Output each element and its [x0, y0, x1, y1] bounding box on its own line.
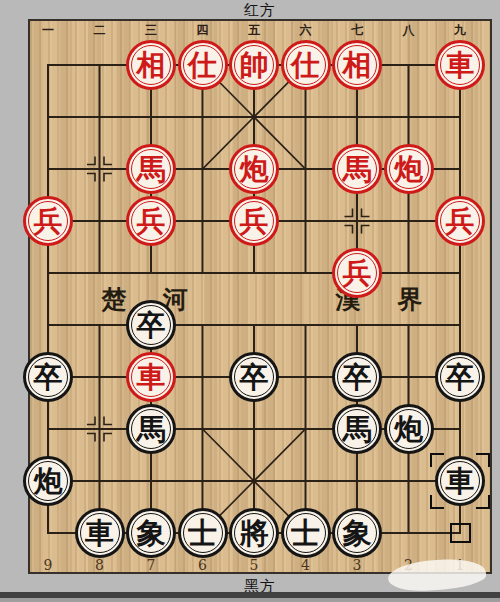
- piece-glyph: 相: [343, 51, 372, 80]
- piece-glyph: 卒: [446, 363, 475, 392]
- file-label-bottom-3: 7: [140, 557, 162, 573]
- piece-red-車[interactable]: 車: [126, 352, 176, 402]
- file-label-top-6: 六: [295, 22, 317, 39]
- piece-black-車[interactable]: 車: [435, 456, 485, 506]
- piece-black-象[interactable]: 象: [332, 508, 382, 558]
- piece-glyph: 相: [137, 51, 166, 80]
- piece-black-馬[interactable]: 馬: [332, 404, 382, 454]
- piece-black-士[interactable]: 士: [281, 508, 331, 558]
- piece-red-馬[interactable]: 馬: [332, 144, 382, 194]
- piece-red-炮[interactable]: 炮: [384, 144, 434, 194]
- piece-glyph: 炮: [240, 155, 269, 184]
- xiangqi-board: 一二三四五六七八九987654321楚河漢界相仕帥仕相車馬炮馬炮兵兵兵兵兵卒卒車…: [28, 19, 492, 574]
- piece-glyph: 炮: [394, 415, 423, 444]
- piece-black-馬[interactable]: 馬: [126, 404, 176, 454]
- piece-black-炮[interactable]: 炮: [384, 404, 434, 454]
- file-label-top-8: 八: [398, 22, 420, 39]
- piece-glyph: 帥: [240, 51, 269, 80]
- piece-red-馬[interactable]: 馬: [126, 144, 176, 194]
- piece-red-車[interactable]: 車: [435, 40, 485, 90]
- piece-red-帥[interactable]: 帥: [229, 40, 279, 90]
- piece-black-卒[interactable]: 卒: [435, 352, 485, 402]
- piece-glyph: 卒: [137, 311, 166, 340]
- piece-glyph: 兵: [34, 207, 63, 236]
- piece-glyph: 象: [137, 519, 166, 548]
- red-side-label: 红方: [28, 1, 492, 20]
- piece-black-炮[interactable]: 炮: [23, 456, 73, 506]
- file-label-top-2: 二: [89, 22, 111, 39]
- piece-glyph: 卒: [343, 363, 372, 392]
- piece-glyph: 炮: [394, 155, 423, 184]
- piece-red-相[interactable]: 相: [332, 40, 382, 90]
- piece-red-兵[interactable]: 兵: [435, 196, 485, 246]
- piece-glyph: 兵: [446, 207, 475, 236]
- piece-glyph: 將: [240, 519, 269, 548]
- piece-glyph: 兵: [137, 207, 166, 236]
- file-label-bottom-5: 5: [243, 557, 265, 573]
- piece-glyph: 卒: [34, 363, 63, 392]
- piece-glyph: 馬: [137, 415, 166, 444]
- piece-glyph: 兵: [240, 207, 269, 236]
- piece-glyph: 馬: [343, 155, 372, 184]
- piece-glyph: 卒: [240, 363, 269, 392]
- piece-glyph: 馬: [137, 155, 166, 184]
- river-text: 界: [395, 285, 425, 315]
- file-label-top-5: 五: [243, 22, 265, 39]
- piece-glyph: 象: [343, 519, 372, 548]
- file-label-top-9: 九: [449, 22, 471, 39]
- file-label-bottom-1: 9: [37, 557, 59, 573]
- piece-red-兵[interactable]: 兵: [23, 196, 73, 246]
- piece-glyph: 兵: [343, 259, 372, 288]
- piece-black-卒[interactable]: 卒: [229, 352, 279, 402]
- file-label-bottom-4: 6: [192, 557, 214, 573]
- piece-glyph: 士: [291, 519, 320, 548]
- piece-glyph: 車: [85, 519, 114, 548]
- piece-black-卒[interactable]: 卒: [23, 352, 73, 402]
- piece-red-兵[interactable]: 兵: [229, 196, 279, 246]
- file-label-bottom-7: 3: [346, 557, 368, 573]
- piece-red-仕[interactable]: 仕: [281, 40, 331, 90]
- piece-glyph: 車: [446, 51, 475, 80]
- piece-black-象[interactable]: 象: [126, 508, 176, 558]
- piece-glyph: 車: [446, 467, 475, 496]
- piece-glyph: 車: [137, 363, 166, 392]
- file-label-bottom-2: 8: [89, 557, 111, 573]
- piece-red-兵[interactable]: 兵: [332, 248, 382, 298]
- piece-glyph: 士: [188, 519, 217, 548]
- piece-black-車[interactable]: 車: [75, 508, 125, 558]
- file-label-top-7: 七: [346, 22, 368, 39]
- file-label-top-4: 四: [192, 22, 214, 39]
- river-text: 楚: [99, 285, 129, 315]
- piece-red-兵[interactable]: 兵: [126, 196, 176, 246]
- piece-black-士[interactable]: 士: [178, 508, 228, 558]
- file-label-top-3: 三: [140, 22, 162, 39]
- piece-glyph: 炮: [34, 467, 63, 496]
- piece-red-相[interactable]: 相: [126, 40, 176, 90]
- piece-black-卒[interactable]: 卒: [126, 300, 176, 350]
- file-label-bottom-6: 4: [295, 557, 317, 573]
- bottom-edge: [0, 598, 500, 602]
- piece-black-卒[interactable]: 卒: [332, 352, 382, 402]
- piece-glyph: 仕: [291, 51, 320, 80]
- piece-black-將[interactable]: 將: [229, 508, 279, 558]
- xiangqi-screenshot: { "game": "xiangqi (Chinese chess)", "he…: [0, 0, 500, 602]
- piece-red-炮[interactable]: 炮: [229, 144, 279, 194]
- last-move-from-marker: [450, 523, 471, 543]
- file-label-top-1: 一: [37, 22, 59, 39]
- piece-glyph: 馬: [343, 415, 372, 444]
- piece-red-仕[interactable]: 仕: [178, 40, 228, 90]
- piece-glyph: 仕: [188, 51, 217, 80]
